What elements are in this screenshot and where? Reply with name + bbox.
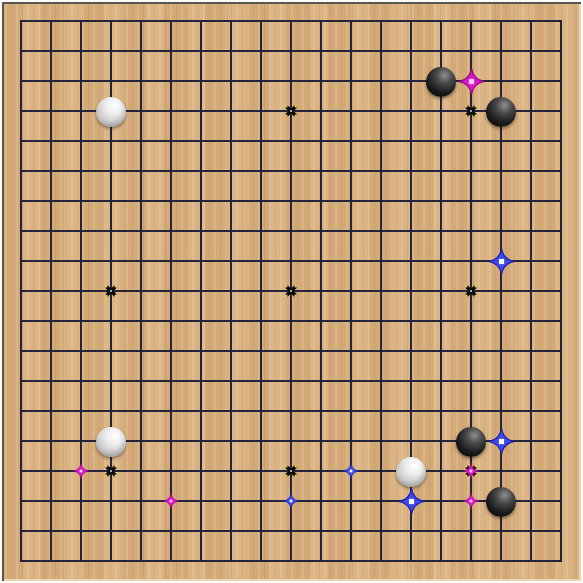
white-stone-d5[interactable] — [96, 427, 126, 457]
white-stone-o4[interactable] — [396, 457, 426, 487]
black-stone-r3[interactable] — [486, 487, 516, 517]
hoshi-mark-k10 — [285, 285, 297, 297]
black-stone-q5[interactable] — [456, 427, 486, 457]
hoshi-mark-q10 — [465, 285, 477, 297]
go-board-window — [0, 0, 583, 583]
marker-blue-large-r11 — [488, 248, 515, 275]
marker-magenta-small-q4 — [463, 463, 479, 479]
hoshi-mark-d10 — [105, 285, 117, 297]
marker-magenta-small-q3 — [463, 493, 479, 509]
grid-line-vertical — [440, 20, 442, 562]
black-stone-p17[interactable] — [426, 67, 456, 97]
white-stone-d16[interactable] — [96, 97, 126, 127]
hoshi-mark-q16 — [465, 105, 477, 117]
grid-line-horizontal — [20, 560, 562, 562]
marker-blue-small-m4 — [343, 463, 359, 479]
grid-line-horizontal — [20, 350, 562, 352]
grid-line-vertical — [350, 20, 352, 562]
black-stone-r16[interactable] — [486, 97, 516, 127]
marker-blue-large-r5 — [488, 428, 515, 455]
grid-line-horizontal — [20, 530, 562, 532]
marker-magenta-large-q17 — [458, 68, 485, 95]
hoshi-mark-k4 — [285, 465, 297, 477]
grid-line-vertical — [320, 20, 322, 562]
hoshi-mark-d4 — [105, 465, 117, 477]
marker-blue-large-o3 — [398, 488, 425, 515]
go-board[interactable] — [0, 0, 583, 583]
grid-line-vertical — [530, 20, 532, 562]
grid-line-horizontal — [20, 380, 562, 382]
marker-magenta-small-f3 — [163, 493, 179, 509]
grid-line-vertical — [380, 20, 382, 562]
hoshi-mark-k16 — [285, 105, 297, 117]
marker-magenta-small-c4 — [73, 463, 89, 479]
grid-line-vertical — [560, 20, 562, 562]
marker-blue-small-k3 — [283, 493, 299, 509]
grid-line-horizontal — [20, 320, 562, 322]
grid-line-horizontal — [20, 410, 562, 412]
